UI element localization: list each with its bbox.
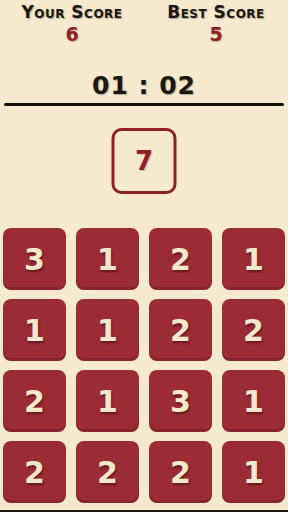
tile-r4c3[interactable]: 2 (149, 441, 212, 503)
tile-r4c1[interactable]: 2 (3, 441, 66, 503)
your-score-block: Your Score 6 (0, 2, 144, 45)
tile-r1c4[interactable]: 1 (222, 228, 285, 290)
tile-r1c2[interactable]: 1 (76, 228, 139, 290)
tile-r1c3[interactable]: 2 (149, 228, 212, 290)
tile-r2c1[interactable]: 1 (3, 299, 66, 361)
target-number: 7 (135, 146, 153, 176)
score-panel: Your Score 6 Best Score 5 (0, 2, 288, 45)
tile-r3c4[interactable]: 1 (222, 370, 285, 432)
best-score-value: 5 (144, 23, 288, 45)
tile-r3c3[interactable]: 3 (149, 370, 212, 432)
game-screen: Your Score 6 Best Score 5 01 : 02 7 3 1 … (0, 0, 288, 512)
tile-r4c2[interactable]: 2 (76, 441, 139, 503)
your-score-value: 6 (0, 23, 144, 45)
target-number-box: 7 (112, 128, 177, 194)
best-score-block: Best Score 5 (144, 2, 288, 45)
best-score-label: Best Score (144, 2, 288, 22)
divider-line (4, 103, 284, 106)
tile-board: 3 1 2 1 1 1 2 2 2 1 3 1 2 2 2 1 (3, 228, 285, 503)
tile-r2c3[interactable]: 2 (149, 299, 212, 361)
tile-r1c1[interactable]: 3 (3, 228, 66, 290)
tile-r3c1[interactable]: 2 (3, 370, 66, 432)
tile-r3c2[interactable]: 1 (76, 370, 139, 432)
tile-r4c4[interactable]: 1 (222, 441, 285, 503)
tile-r2c4[interactable]: 2 (222, 299, 285, 361)
timer-display: 01 : 02 (0, 71, 288, 100)
your-score-label: Your Score (0, 2, 144, 22)
tile-r2c2[interactable]: 1 (76, 299, 139, 361)
